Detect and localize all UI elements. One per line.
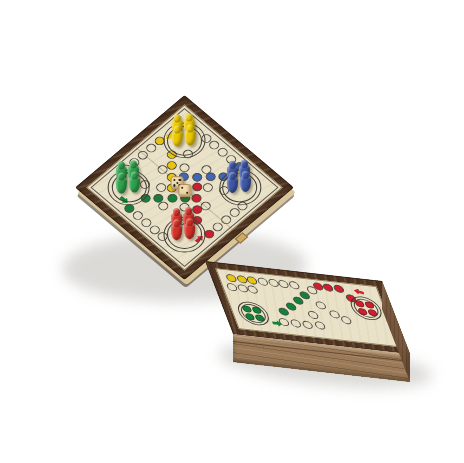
die-pip (173, 184, 175, 186)
box-track-circle (340, 316, 353, 325)
die-pip (181, 187, 183, 189)
box-track-circle (329, 310, 342, 319)
die-pip (179, 179, 181, 181)
box-track-circle (313, 321, 326, 330)
box-track-circle (288, 281, 301, 290)
board-rotated (75, 95, 294, 280)
peg-yellow-4 (184, 129, 195, 145)
box-track-circle (314, 301, 327, 310)
track-circle (201, 182, 215, 194)
board-frame (75, 95, 294, 280)
peg-yellow-3 (171, 130, 182, 146)
ludo-board-open (107, 122, 262, 253)
box-track-circle (246, 285, 259, 294)
die-pip (186, 192, 188, 194)
product-photo-scene (0, 0, 464, 463)
goal-circle-red (190, 181, 204, 193)
box-home-circle-green (234, 300, 272, 327)
box-track-circle (307, 311, 320, 320)
box-home-circle-red (347, 295, 385, 322)
box-red-circle (332, 284, 345, 293)
box-arrow-red (353, 287, 364, 296)
die-2-showing-2 (178, 184, 191, 197)
board-field (86, 104, 283, 270)
box-track-circle (302, 321, 315, 330)
box-track-circle (290, 319, 303, 328)
